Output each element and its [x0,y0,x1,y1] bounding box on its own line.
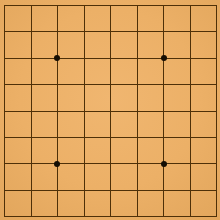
grid-cell [164,164,191,190]
grid-cell [32,32,59,58]
grid-cell [164,191,191,217]
grid-cell [85,112,112,138]
grid-cell [111,85,138,111]
grid-cell [191,138,218,164]
grid-cell [58,191,85,217]
grid-cell [32,164,59,190]
grid-cell [111,6,138,32]
grid-cell [32,6,59,32]
grid-cell [138,59,165,85]
grid-cell [58,164,85,190]
grid-cell [32,191,59,217]
grid-cell [5,138,32,164]
grid-cell [191,6,218,32]
grid-cell [138,191,165,217]
grid-cell [111,164,138,190]
grid-cell [5,85,32,111]
grid-cell [164,59,191,85]
grid-cell [5,164,32,190]
grid-cell [138,138,165,164]
grid-cell [164,85,191,111]
grid-cell [32,85,59,111]
grid-cell [85,85,112,111]
grid-cell [85,32,112,58]
grid-cell [5,112,32,138]
grid-cell [138,6,165,32]
grid-cell [138,112,165,138]
grid-cell [5,59,32,85]
go-board[interactable] [0,0,220,220]
grid-cell [111,59,138,85]
grid-cell [58,138,85,164]
grid-cell [191,112,218,138]
grid-cell [58,6,85,32]
grid-cell [85,6,112,32]
grid-cell [191,59,218,85]
grid-cell [85,59,112,85]
grid-cell [138,164,165,190]
grid-cell [5,6,32,32]
grid-cell [5,191,32,217]
grid-cell [32,59,59,85]
grid-cell [191,191,218,217]
grid-cell [164,32,191,58]
grid-cell [111,191,138,217]
grid-cell [191,164,218,190]
grid-cell [32,138,59,164]
grid-cell [32,112,59,138]
grid-cell [164,112,191,138]
grid-cell [111,138,138,164]
grid-cell [191,32,218,58]
grid-cell [138,32,165,58]
grid-cell [138,85,165,111]
grid-cell [85,191,112,217]
grid-cell [58,112,85,138]
grid-cell [111,32,138,58]
grid-cell [111,112,138,138]
grid-lines [4,5,217,217]
grid-cell [58,59,85,85]
grid-cell [58,85,85,111]
grid-cell [85,138,112,164]
go-board-screenshot [0,0,220,220]
grid-cell [191,85,218,111]
grid-cell [58,32,85,58]
grid-cell [164,138,191,164]
grid-cell [164,6,191,32]
grid-cell [85,164,112,190]
grid-cell [5,32,32,58]
